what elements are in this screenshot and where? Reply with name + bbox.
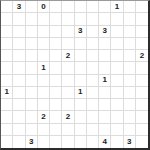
empty-cell[interactable]: [26, 62, 38, 74]
empty-cell[interactable]: [13, 50, 25, 62]
clue-cell[interactable]: 2: [136, 50, 148, 62]
empty-cell[interactable]: [124, 26, 136, 38]
empty-cell[interactable]: [1, 111, 13, 123]
empty-cell[interactable]: [50, 99, 62, 111]
clue-cell[interactable]: 1: [1, 87, 13, 99]
empty-cell[interactable]: [75, 111, 87, 123]
empty-cell[interactable]: [26, 87, 38, 99]
empty-cell[interactable]: [26, 50, 38, 62]
empty-cell[interactable]: [26, 99, 38, 111]
empty-cell[interactable]: [99, 1, 111, 13]
empty-cell[interactable]: [62, 75, 74, 87]
empty-cell[interactable]: [124, 124, 136, 136]
empty-cell[interactable]: [111, 50, 123, 62]
empty-cell[interactable]: [75, 62, 87, 74]
empty-cell[interactable]: [26, 13, 38, 25]
empty-cell[interactable]: [99, 99, 111, 111]
empty-cell[interactable]: [136, 136, 148, 148]
empty-cell[interactable]: [87, 136, 99, 148]
empty-cell[interactable]: [13, 13, 25, 25]
empty-cell[interactable]: [1, 99, 13, 111]
clue-cell[interactable]: 2: [62, 111, 74, 123]
empty-cell[interactable]: [1, 26, 13, 38]
empty-cell[interactable]: [62, 136, 74, 148]
empty-cell[interactable]: [111, 75, 123, 87]
empty-cell[interactable]: [26, 1, 38, 13]
empty-cell[interactable]: [124, 75, 136, 87]
empty-cell[interactable]: [26, 124, 38, 136]
empty-cell[interactable]: [13, 75, 25, 87]
empty-cell[interactable]: [87, 124, 99, 136]
empty-cell[interactable]: [99, 13, 111, 25]
empty-cell[interactable]: [136, 111, 148, 123]
empty-cell[interactable]: [87, 26, 99, 38]
empty-cell[interactable]: [13, 124, 25, 136]
empty-cell[interactable]: [99, 111, 111, 123]
empty-cell[interactable]: [111, 62, 123, 74]
empty-cell[interactable]: [75, 99, 87, 111]
empty-cell[interactable]: [124, 50, 136, 62]
empty-cell[interactable]: [26, 111, 38, 123]
empty-cell[interactable]: [26, 26, 38, 38]
clue-cell[interactable]: 1: [75, 87, 87, 99]
empty-cell[interactable]: [13, 87, 25, 99]
empty-cell[interactable]: [99, 87, 111, 99]
empty-cell[interactable]: [26, 75, 38, 87]
empty-cell[interactable]: [87, 111, 99, 123]
empty-cell[interactable]: [50, 124, 62, 136]
empty-cell[interactable]: [50, 13, 62, 25]
empty-cell[interactable]: [99, 38, 111, 50]
empty-cell[interactable]: [62, 26, 74, 38]
empty-cell[interactable]: [38, 26, 50, 38]
empty-cell[interactable]: [62, 87, 74, 99]
empty-cell[interactable]: [50, 50, 62, 62]
empty-cell[interactable]: [111, 26, 123, 38]
empty-cell[interactable]: [62, 13, 74, 25]
empty-cell[interactable]: [111, 111, 123, 123]
clue-cell[interactable]: 0: [38, 1, 50, 13]
empty-cell[interactable]: [38, 136, 50, 148]
empty-cell[interactable]: [111, 87, 123, 99]
empty-cell[interactable]: [99, 62, 111, 74]
empty-cell[interactable]: [111, 124, 123, 136]
empty-cell[interactable]: [75, 124, 87, 136]
empty-cell[interactable]: [136, 26, 148, 38]
empty-cell[interactable]: [62, 124, 74, 136]
empty-cell[interactable]: [1, 62, 13, 74]
empty-cell[interactable]: [38, 38, 50, 50]
empty-cell[interactable]: [1, 38, 13, 50]
puzzle-board: 3013322111122343: [0, 0, 150, 150]
empty-cell[interactable]: [75, 136, 87, 148]
empty-cell[interactable]: [62, 1, 74, 13]
empty-cell[interactable]: [87, 1, 99, 13]
empty-cell[interactable]: [38, 99, 50, 111]
empty-cell[interactable]: [1, 124, 13, 136]
empty-cell[interactable]: [87, 62, 99, 74]
clue-cell[interactable]: 1: [99, 75, 111, 87]
empty-cell[interactable]: [87, 38, 99, 50]
empty-cell[interactable]: [38, 75, 50, 87]
empty-cell[interactable]: [50, 26, 62, 38]
empty-cell[interactable]: [136, 99, 148, 111]
clue-cell[interactable]: 3: [99, 26, 111, 38]
empty-cell[interactable]: [136, 1, 148, 13]
empty-cell[interactable]: [1, 136, 13, 148]
empty-cell[interactable]: [50, 1, 62, 13]
empty-cell[interactable]: [1, 50, 13, 62]
empty-cell[interactable]: [50, 111, 62, 123]
clue-cell[interactable]: 4: [99, 136, 111, 148]
empty-cell[interactable]: [13, 136, 25, 148]
empty-cell[interactable]: [87, 50, 99, 62]
clue-cell[interactable]: 2: [62, 50, 74, 62]
empty-cell[interactable]: [87, 75, 99, 87]
empty-cell[interactable]: [136, 87, 148, 99]
empty-cell[interactable]: [124, 111, 136, 123]
empty-cell[interactable]: [124, 38, 136, 50]
empty-cell[interactable]: [124, 99, 136, 111]
clue-cell[interactable]: 3: [13, 1, 25, 13]
empty-cell[interactable]: [124, 62, 136, 74]
empty-cell[interactable]: [50, 136, 62, 148]
empty-cell[interactable]: [13, 111, 25, 123]
empty-cell[interactable]: [75, 75, 87, 87]
empty-cell[interactable]: [38, 124, 50, 136]
empty-cell[interactable]: [75, 1, 87, 13]
empty-cell[interactable]: [124, 1, 136, 13]
clue-cell[interactable]: 3: [26, 136, 38, 148]
empty-cell[interactable]: [111, 13, 123, 25]
empty-cell[interactable]: [87, 99, 99, 111]
clue-cell[interactable]: 3: [124, 136, 136, 148]
empty-cell[interactable]: [111, 38, 123, 50]
empty-cell[interactable]: [136, 62, 148, 74]
empty-cell[interactable]: [124, 87, 136, 99]
empty-cell[interactable]: [111, 136, 123, 148]
empty-cell[interactable]: [13, 26, 25, 38]
empty-cell[interactable]: [26, 38, 38, 50]
empty-cell[interactable]: [136, 38, 148, 50]
empty-cell[interactable]: [50, 62, 62, 74]
empty-cell[interactable]: [136, 124, 148, 136]
empty-cell[interactable]: [62, 99, 74, 111]
empty-cell[interactable]: [38, 13, 50, 25]
empty-cell[interactable]: [13, 99, 25, 111]
empty-cell[interactable]: [50, 87, 62, 99]
empty-cell[interactable]: [13, 62, 25, 74]
empty-cell[interactable]: [62, 62, 74, 74]
empty-cell[interactable]: [99, 124, 111, 136]
empty-cell[interactable]: [50, 38, 62, 50]
clue-cell[interactable]: 1: [38, 62, 50, 74]
empty-cell[interactable]: [1, 1, 13, 13]
empty-cell[interactable]: [99, 50, 111, 62]
empty-cell[interactable]: [136, 75, 148, 87]
empty-cell[interactable]: [87, 13, 99, 25]
empty-cell[interactable]: [75, 50, 87, 62]
empty-cell[interactable]: [50, 75, 62, 87]
empty-cell[interactable]: [136, 13, 148, 25]
clue-cell[interactable]: 2: [38, 111, 50, 123]
empty-cell[interactable]: [124, 13, 136, 25]
clue-cell[interactable]: 1: [111, 1, 123, 13]
empty-cell[interactable]: [75, 38, 87, 50]
empty-cell[interactable]: [87, 87, 99, 99]
empty-cell[interactable]: [62, 38, 74, 50]
empty-cell[interactable]: [38, 50, 50, 62]
empty-cell[interactable]: [1, 75, 13, 87]
empty-cell[interactable]: [75, 13, 87, 25]
empty-cell[interactable]: [111, 99, 123, 111]
empty-cell[interactable]: [38, 87, 50, 99]
empty-cell[interactable]: [13, 38, 25, 50]
empty-cell[interactable]: [1, 13, 13, 25]
clue-cell[interactable]: 3: [75, 26, 87, 38]
